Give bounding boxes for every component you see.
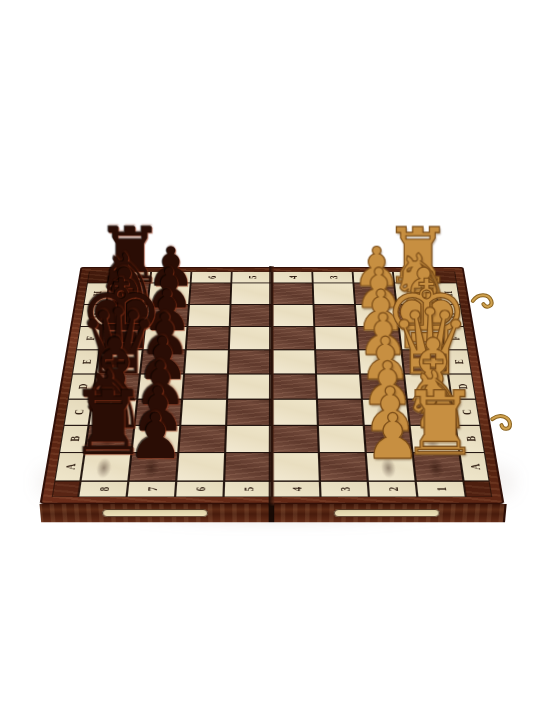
chess-board: ABCDEFGH8877665544332211ABCDEFGH ♜♞♝♛♚♝♞… [40,267,505,504]
pieces-layer: ♜♞♝♛♚♝♞♜♟♟♟♟♟♟♟♟♟♟♟♟♟♟♟♟♜♞♝♛♚♝♞♜ [40,267,505,504]
square-g4[interactable] [272,304,314,326]
dark-pawn-glyph: ♟ [91,405,220,467]
square-g5[interactable] [230,304,272,326]
apron-split [269,504,275,522]
board-front-edge [40,504,507,522]
oval-inlay [334,509,440,517]
chess-set-photo: ABCDEFGH8877665544332211ABCDEFGH ♜♞♝♛♚♝♞… [0,0,540,720]
oval-inlay [102,509,208,517]
